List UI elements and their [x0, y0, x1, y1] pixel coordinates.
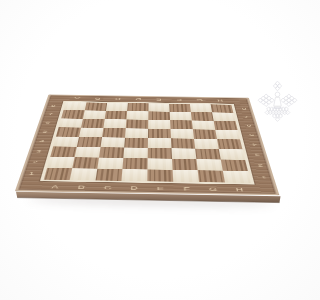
- square-g6: [192, 120, 215, 129]
- coordinate-label: 1: [22, 168, 41, 180]
- coordinate-label: 3: [30, 146, 48, 157]
- square-h2: [221, 160, 248, 172]
- coordinate-label: 7: [43, 110, 59, 119]
- square-h7: [212, 112, 235, 121]
- coordinate-label: 2: [26, 156, 45, 167]
- coordinate-label: H: [209, 98, 230, 103]
- coordinate-label: B: [87, 96, 108, 101]
- coordinate-label: 4: [245, 140, 262, 150]
- board-inner-frame: [40, 101, 255, 184]
- coordinate-label: 2: [251, 160, 269, 171]
- square-e7: [148, 111, 170, 120]
- square-c2: [97, 158, 123, 169]
- square-d1: [121, 169, 147, 181]
- square-f7: [170, 112, 192, 121]
- coordinate-label: 3: [248, 149, 266, 160]
- coordinate-label: F: [173, 185, 200, 193]
- coordinate-label: 8: [46, 102, 61, 110]
- coordinate-label: E: [149, 97, 170, 102]
- square-c3: [99, 147, 124, 158]
- coordinate-label: 1: [254, 171, 273, 183]
- square-g3: [195, 149, 221, 160]
- square-f5: [171, 129, 194, 139]
- coordinate-label: 6: [241, 121, 257, 130]
- square-a3: [50, 146, 77, 157]
- square-d5: [125, 128, 148, 138]
- coordinate-label: D: [128, 97, 149, 102]
- square-c4: [101, 137, 125, 147]
- square-h3: [219, 149, 245, 160]
- square-a5: [56, 127, 81, 137]
- coordinate-label: H: [226, 185, 254, 193]
- square-a2: [47, 157, 74, 168]
- coordinate-label: C: [94, 183, 121, 191]
- square-g2: [196, 159, 222, 171]
- square-d3: [123, 148, 148, 159]
- square-h5: [215, 130, 240, 140]
- coordinate-label: G: [189, 98, 210, 103]
- chess-board: ABCDEFGH ABCDEFGH 87654321 87654321: [15, 95, 279, 196]
- square-g4: [194, 139, 219, 149]
- board-field: [44, 102, 251, 183]
- square-b3: [75, 147, 101, 158]
- square-f2: [172, 159, 198, 171]
- square-a1: [44, 168, 72, 180]
- square-c1: [96, 169, 123, 181]
- square-a6: [59, 118, 83, 127]
- square-e2: [148, 158, 173, 169]
- coordinate-label: C: [107, 96, 128, 101]
- coordinate-label: 6: [40, 118, 56, 127]
- square-a4: [53, 137, 79, 147]
- square-b7: [83, 110, 106, 119]
- square-g7: [191, 112, 214, 121]
- square-c6: [103, 119, 126, 128]
- square-e5: [148, 129, 171, 139]
- square-b2: [72, 157, 99, 168]
- square-e1: [147, 169, 173, 181]
- square-g5: [193, 129, 217, 139]
- square-e3: [148, 148, 172, 159]
- square-h6: [214, 121, 238, 130]
- coordinate-label: 5: [243, 130, 259, 140]
- square-d6: [126, 119, 149, 128]
- coordinate-label: 5: [37, 127, 54, 137]
- coordinate-label: G: [199, 185, 226, 193]
- coords-bottom: ABCDEFGH: [41, 183, 254, 194]
- square-d7: [127, 111, 149, 120]
- coordinate-label: D: [121, 184, 148, 192]
- square-d4: [124, 138, 148, 148]
- square-a7: [61, 110, 85, 119]
- coordinate-label: 4: [33, 136, 50, 146]
- square-c5: [102, 128, 126, 138]
- square-b1: [70, 168, 98, 180]
- coordinate-label: E: [147, 184, 174, 192]
- coordinate-label: F: [169, 97, 190, 102]
- square-e6: [148, 120, 170, 129]
- square-f3: [172, 148, 197, 159]
- square-f1: [173, 170, 199, 182]
- coordinate-label: 8: [236, 105, 251, 113]
- product-photo: ABCDEFGH ABCDEFGH 87654321 87654321: [0, 0, 300, 300]
- square-c7: [105, 111, 127, 120]
- coordinate-label: B: [67, 183, 95, 191]
- coordinate-label: 7: [238, 113, 254, 122]
- square-h1: [223, 171, 251, 183]
- square-d2: [122, 158, 147, 169]
- coordinate-label: A: [66, 96, 88, 101]
- square-e4: [148, 138, 172, 148]
- square-f6: [170, 120, 193, 129]
- coordinate-label: A: [41, 183, 69, 191]
- square-g1: [198, 170, 225, 182]
- brand-watermark-icon: [257, 81, 298, 123]
- square-h4: [217, 139, 242, 149]
- square-b5: [79, 128, 103, 138]
- square-b4: [77, 137, 102, 147]
- square-b6: [81, 119, 105, 128]
- square-f4: [171, 138, 195, 148]
